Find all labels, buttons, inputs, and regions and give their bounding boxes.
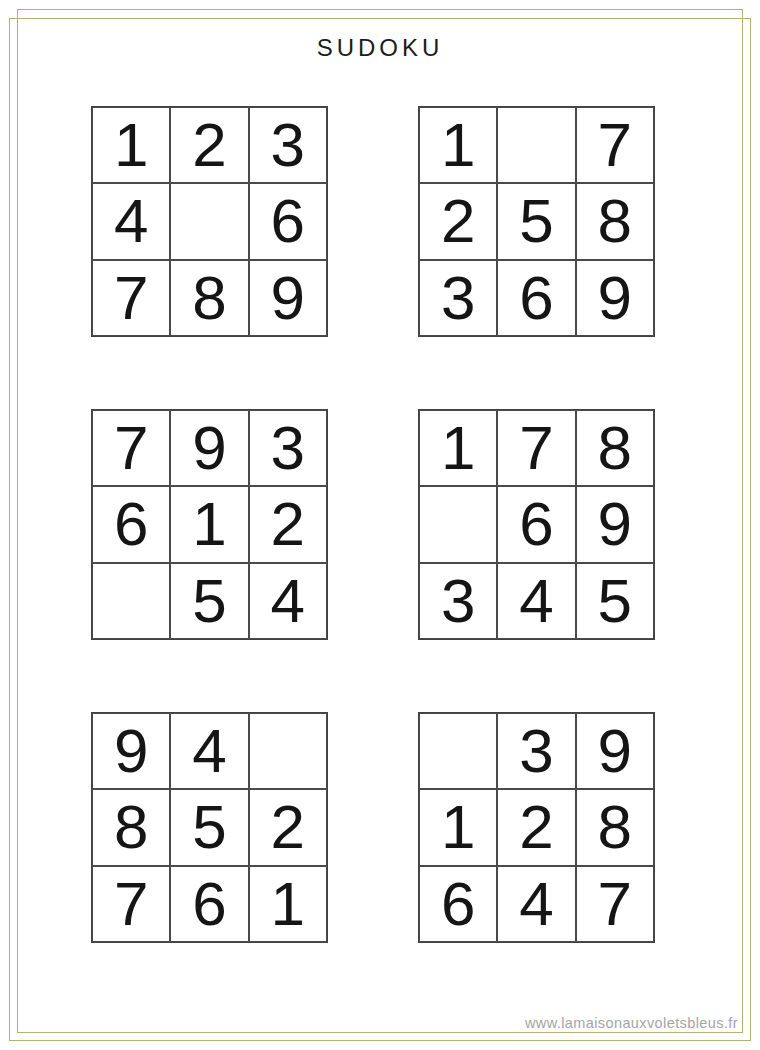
- sudoku-cell-filled: 4: [92, 183, 170, 259]
- sudoku-cell-filled: 7: [497, 410, 575, 486]
- sudoku-cell-filled: 6: [497, 486, 575, 562]
- sudoku-cell-filled: 2: [497, 789, 575, 865]
- sudoku-cell-filled: 5: [170, 789, 248, 865]
- sudoku-cell-empty: [249, 713, 327, 789]
- sudoku-cell-filled: 9: [92, 713, 170, 789]
- sudoku-cell-filled: 8: [170, 260, 248, 336]
- sudoku-cell-filled: 9: [576, 260, 654, 336]
- sudoku-cell-filled: 4: [170, 713, 248, 789]
- sudoku-cell-filled: 7: [92, 866, 170, 942]
- sudoku-cell-filled: 8: [576, 789, 654, 865]
- puzzle-grid-area: 12346789 17258369 79361254 17869345 9485…: [91, 106, 655, 943]
- sudoku-cell-filled: 5: [576, 563, 654, 639]
- sudoku-cell-filled: 9: [249, 260, 327, 336]
- sudoku-cell-filled: 6: [497, 260, 575, 336]
- sudoku-cell-filled: 9: [576, 713, 654, 789]
- sudoku-grid-4: 17869345: [418, 409, 655, 640]
- sudoku-cell-filled: 1: [92, 107, 170, 183]
- sudoku-cell-filled: 1: [419, 410, 497, 486]
- sudoku-cell-filled: 8: [576, 410, 654, 486]
- sudoku-grid-3: 79361254: [91, 409, 328, 640]
- sudoku-cell-filled: 5: [497, 183, 575, 259]
- sudoku-grid-6: 39128647: [418, 712, 655, 943]
- worksheet-page: SUDOKU 12346789 17258369 79361254 178693…: [0, 0, 760, 1050]
- sudoku-grid-1: 12346789: [91, 106, 328, 337]
- sudoku-cell-filled: 4: [497, 563, 575, 639]
- sudoku-cell-filled: 9: [576, 486, 654, 562]
- sudoku-cell-filled: 9: [170, 410, 248, 486]
- sudoku-cell-filled: 7: [576, 107, 654, 183]
- sudoku-cell-filled: 4: [497, 866, 575, 942]
- sudoku-cell-filled: 8: [576, 183, 654, 259]
- sudoku-cell-filled: 7: [576, 866, 654, 942]
- sudoku-cell-filled: 6: [170, 866, 248, 942]
- sudoku-cell-filled: 2: [170, 107, 248, 183]
- sudoku-cell-filled: 7: [92, 260, 170, 336]
- sudoku-cell-filled: 3: [419, 563, 497, 639]
- sudoku-cell-filled: 6: [249, 183, 327, 259]
- sudoku-cell-filled: 2: [249, 789, 327, 865]
- page-title: SUDOKU: [0, 34, 760, 62]
- sudoku-cell-filled: 1: [419, 107, 497, 183]
- sudoku-cell-filled: 2: [419, 183, 497, 259]
- sudoku-cell-filled: 3: [249, 107, 327, 183]
- sudoku-cell-filled: 3: [497, 713, 575, 789]
- sudoku-cell-empty: [419, 486, 497, 562]
- sudoku-grid-5: 94852761: [91, 712, 328, 943]
- website-url: www.lamaisonauxvoletsbleus.fr: [525, 1015, 738, 1031]
- sudoku-cell-filled: 1: [170, 486, 248, 562]
- sudoku-cell-filled: 4: [249, 563, 327, 639]
- sudoku-cell-filled: 8: [92, 789, 170, 865]
- sudoku-cell-filled: 1: [419, 789, 497, 865]
- sudoku-cell-empty: [419, 713, 497, 789]
- sudoku-cell-empty: [170, 183, 248, 259]
- sudoku-cell-filled: 2: [249, 486, 327, 562]
- sudoku-cell-filled: 1: [249, 866, 327, 942]
- sudoku-grid-2: 17258369: [418, 106, 655, 337]
- sudoku-cell-filled: 3: [249, 410, 327, 486]
- sudoku-cell-filled: 6: [419, 866, 497, 942]
- sudoku-cell-filled: 3: [419, 260, 497, 336]
- sudoku-cell-filled: 6: [92, 486, 170, 562]
- sudoku-cell-empty: [497, 107, 575, 183]
- sudoku-cell-filled: 5: [170, 563, 248, 639]
- sudoku-cell-filled: 7: [92, 410, 170, 486]
- sudoku-cell-empty: [92, 563, 170, 639]
